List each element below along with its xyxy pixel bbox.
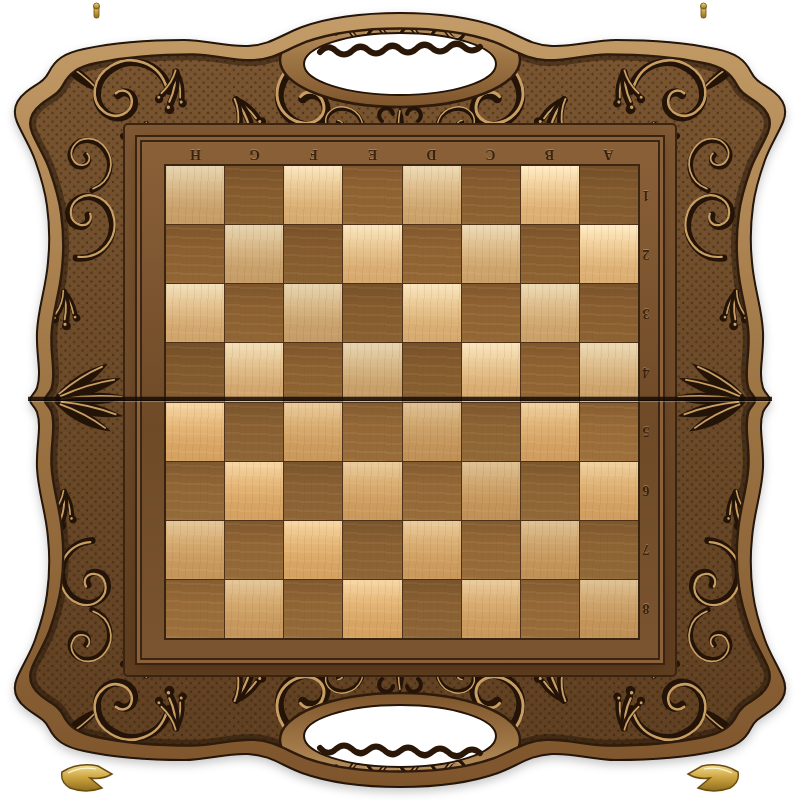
square-d4[interactable]: [403, 343, 461, 401]
square-h3[interactable]: [166, 284, 224, 342]
square-f4[interactable]: [284, 343, 342, 401]
square-a2[interactable]: [580, 225, 638, 283]
square-d5[interactable]: [403, 403, 461, 461]
file-label-a: A: [579, 142, 638, 166]
square-e3[interactable]: [343, 284, 401, 342]
square-f3[interactable]: [284, 284, 342, 342]
square-e4[interactable]: [343, 343, 401, 401]
square-b1[interactable]: [521, 166, 579, 224]
square-h8[interactable]: [166, 580, 224, 638]
file-label-e: E: [343, 142, 402, 166]
square-h2[interactable]: [166, 225, 224, 283]
square-a6[interactable]: [580, 462, 638, 520]
square-f1[interactable]: [284, 166, 342, 224]
square-d3[interactable]: [403, 284, 461, 342]
square-c5[interactable]: [462, 403, 520, 461]
square-g5[interactable]: [225, 403, 283, 461]
fold-seam: [28, 396, 772, 403]
square-d8[interactable]: [403, 580, 461, 638]
square-g8[interactable]: [225, 580, 283, 638]
square-b2[interactable]: [521, 225, 579, 283]
square-a1[interactable]: [580, 166, 638, 224]
square-a7[interactable]: [580, 521, 638, 579]
square-g3[interactable]: [225, 284, 283, 342]
square-e5[interactable]: [343, 403, 401, 461]
square-a8[interactable]: [580, 580, 638, 638]
file-labels: HGFEDCBA: [166, 142, 638, 166]
square-e8[interactable]: [343, 580, 401, 638]
file-label-g: G: [225, 142, 284, 166]
square-f2[interactable]: [284, 225, 342, 283]
square-d6[interactable]: [403, 462, 461, 520]
square-e7[interactable]: [343, 521, 401, 579]
file-label-c: C: [461, 142, 520, 166]
hinge-pin-right: [701, 3, 707, 18]
square-h4[interactable]: [166, 343, 224, 401]
square-b8[interactable]: [521, 580, 579, 638]
square-g7[interactable]: [225, 521, 283, 579]
square-a4[interactable]: [580, 343, 638, 401]
square-e6[interactable]: [343, 462, 401, 520]
square-e2[interactable]: [343, 225, 401, 283]
square-a3[interactable]: [580, 284, 638, 342]
square-c6[interactable]: [462, 462, 520, 520]
square-c4[interactable]: [462, 343, 520, 401]
square-b7[interactable]: [521, 521, 579, 579]
file-label-b: B: [520, 142, 579, 166]
square-h7[interactable]: [166, 521, 224, 579]
square-g4[interactable]: [225, 343, 283, 401]
square-f6[interactable]: [284, 462, 342, 520]
square-b4[interactable]: [521, 343, 579, 401]
square-d7[interactable]: [403, 521, 461, 579]
square-h6[interactable]: [166, 462, 224, 520]
square-b5[interactable]: [521, 403, 579, 461]
square-f8[interactable]: [284, 580, 342, 638]
square-h5[interactable]: [166, 403, 224, 461]
file-label-d: D: [402, 142, 461, 166]
square-c2[interactable]: [462, 225, 520, 283]
clasp-left[interactable]: [62, 765, 112, 791]
square-e1[interactable]: [343, 166, 401, 224]
square-c1[interactable]: [462, 166, 520, 224]
product-photo: HGFEDCBA 12345678: [0, 0, 800, 800]
square-f5[interactable]: [284, 403, 342, 461]
clasp-right[interactable]: [688, 765, 738, 791]
file-label-h: H: [166, 142, 225, 166]
square-d2[interactable]: [403, 225, 461, 283]
file-label-f: F: [284, 142, 343, 166]
square-h1[interactable]: [166, 166, 224, 224]
square-c3[interactable]: [462, 284, 520, 342]
square-g2[interactable]: [225, 225, 283, 283]
square-g1[interactable]: [225, 166, 283, 224]
hinge-pin-left: [94, 3, 100, 18]
square-b3[interactable]: [521, 284, 579, 342]
square-f7[interactable]: [284, 521, 342, 579]
square-g6[interactable]: [225, 462, 283, 520]
square-c7[interactable]: [462, 521, 520, 579]
square-d1[interactable]: [403, 166, 461, 224]
square-a5[interactable]: [580, 403, 638, 461]
square-b6[interactable]: [521, 462, 579, 520]
square-c8[interactable]: [462, 580, 520, 638]
